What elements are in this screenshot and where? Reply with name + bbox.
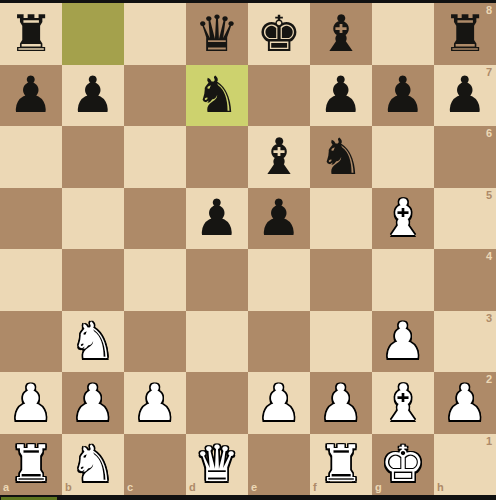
- square-g8[interactable]: [372, 3, 434, 65]
- piece-white-rook[interactable]: ♜: [310, 434, 372, 496]
- square-g3[interactable]: ♟: [372, 311, 434, 373]
- square-f8[interactable]: ♝: [310, 3, 372, 65]
- square-h7[interactable]: 7♟: [434, 65, 496, 127]
- piece-black-pawn[interactable]: ♟: [0, 65, 62, 127]
- square-c6[interactable]: [124, 126, 186, 188]
- square-f4[interactable]: [310, 249, 372, 311]
- square-f2[interactable]: ♟: [310, 372, 372, 434]
- piece-white-rook[interactable]: ♜: [0, 434, 62, 496]
- piece-white-pawn[interactable]: ♟: [248, 372, 310, 434]
- square-a5[interactable]: [0, 188, 62, 250]
- square-h1[interactable]: 1h: [434, 434, 496, 496]
- square-b2[interactable]: ♟: [62, 372, 124, 434]
- piece-white-king[interactable]: ♚: [372, 434, 434, 496]
- piece-black-pawn[interactable]: ♟: [310, 65, 372, 127]
- rank-label-3: 3: [486, 313, 492, 324]
- square-a2[interactable]: ♟: [0, 372, 62, 434]
- piece-white-bishop[interactable]: ♝: [372, 188, 434, 250]
- square-b8[interactable]: [62, 3, 124, 65]
- square-e6[interactable]: ♝: [248, 126, 310, 188]
- piece-black-king[interactable]: ♚: [248, 3, 310, 65]
- square-d4[interactable]: [186, 249, 248, 311]
- piece-white-pawn[interactable]: ♟: [372, 311, 434, 373]
- piece-black-bishop[interactable]: ♝: [310, 3, 372, 65]
- square-e5[interactable]: ♟: [248, 188, 310, 250]
- square-g7[interactable]: ♟: [372, 65, 434, 127]
- square-d5[interactable]: ♟: [186, 188, 248, 250]
- square-b6[interactable]: [62, 126, 124, 188]
- square-a3[interactable]: [0, 311, 62, 373]
- square-g5[interactable]: ♝: [372, 188, 434, 250]
- square-d2[interactable]: [186, 372, 248, 434]
- square-b3[interactable]: ♞: [62, 311, 124, 373]
- square-c8[interactable]: [124, 3, 186, 65]
- square-a4[interactable]: [0, 249, 62, 311]
- square-h2[interactable]: 2♟: [434, 372, 496, 434]
- piece-black-pawn[interactable]: ♟: [186, 188, 248, 250]
- square-h4[interactable]: 4: [434, 249, 496, 311]
- square-a7[interactable]: ♟: [0, 65, 62, 127]
- square-c7[interactable]: [124, 65, 186, 127]
- file-label-h: h: [437, 482, 444, 493]
- piece-black-knight[interactable]: ♞: [186, 65, 248, 127]
- square-e7[interactable]: [248, 65, 310, 127]
- rank-label-4: 4: [486, 251, 492, 262]
- file-label-c: c: [127, 482, 133, 493]
- square-b1[interactable]: b♞: [62, 434, 124, 496]
- chess-board: ♜♛♚♝8♜♟♟♞♟♟7♟♝♞6♟♟♝54♞♟3♟♟♟♟♟♝2♟a♜b♞cd♛e…: [0, 3, 496, 495]
- square-f7[interactable]: ♟: [310, 65, 372, 127]
- piece-black-pawn[interactable]: ♟: [434, 65, 496, 127]
- square-d3[interactable]: [186, 311, 248, 373]
- piece-white-pawn[interactable]: ♟: [62, 372, 124, 434]
- square-c5[interactable]: [124, 188, 186, 250]
- square-d6[interactable]: [186, 126, 248, 188]
- square-a1[interactable]: a♜: [0, 434, 62, 496]
- square-f5[interactable]: [310, 188, 372, 250]
- square-g6[interactable]: [372, 126, 434, 188]
- piece-white-pawn[interactable]: ♟: [0, 372, 62, 434]
- square-b7[interactable]: ♟: [62, 65, 124, 127]
- square-c1[interactable]: c: [124, 434, 186, 496]
- piece-black-bishop[interactable]: ♝: [248, 126, 310, 188]
- square-e3[interactable]: [248, 311, 310, 373]
- square-h6[interactable]: 6: [434, 126, 496, 188]
- square-f1[interactable]: f♜: [310, 434, 372, 496]
- board-bottom-edge: [0, 495, 496, 500]
- piece-black-pawn[interactable]: ♟: [248, 188, 310, 250]
- square-g4[interactable]: [372, 249, 434, 311]
- square-a8[interactable]: ♜: [0, 3, 62, 65]
- piece-white-bishop[interactable]: ♝: [372, 372, 434, 434]
- piece-white-pawn[interactable]: ♟: [434, 372, 496, 434]
- piece-white-pawn[interactable]: ♟: [310, 372, 372, 434]
- piece-black-knight[interactable]: ♞: [310, 126, 372, 188]
- piece-black-pawn[interactable]: ♟: [62, 65, 124, 127]
- rank-label-6: 6: [486, 128, 492, 139]
- square-e1[interactable]: e: [248, 434, 310, 496]
- chess-board-frame: ♜♛♚♝8♜♟♟♞♟♟7♟♝♞6♟♟♝54♞♟3♟♟♟♟♟♝2♟a♜b♞cd♛e…: [0, 0, 496, 500]
- square-d7[interactable]: ♞: [186, 65, 248, 127]
- square-c4[interactable]: [124, 249, 186, 311]
- rank-label-5: 5: [486, 190, 492, 201]
- piece-white-knight[interactable]: ♞: [62, 434, 124, 496]
- square-h3[interactable]: 3: [434, 311, 496, 373]
- piece-white-pawn[interactable]: ♟: [124, 372, 186, 434]
- piece-white-queen[interactable]: ♛: [186, 434, 248, 496]
- piece-white-knight[interactable]: ♞: [62, 311, 124, 373]
- square-d1[interactable]: d♛: [186, 434, 248, 496]
- square-h5[interactable]: 5: [434, 188, 496, 250]
- file-label-e: e: [251, 482, 257, 493]
- square-e4[interactable]: [248, 249, 310, 311]
- square-c3[interactable]: [124, 311, 186, 373]
- square-h8[interactable]: 8♜: [434, 3, 496, 65]
- square-c2[interactable]: ♟: [124, 372, 186, 434]
- square-b5[interactable]: [62, 188, 124, 250]
- square-d8[interactable]: ♛: [186, 3, 248, 65]
- square-b4[interactable]: [62, 249, 124, 311]
- square-g2[interactable]: ♝: [372, 372, 434, 434]
- rank-label-1: 1: [486, 436, 492, 447]
- piece-black-queen[interactable]: ♛: [186, 3, 248, 65]
- square-f6[interactable]: ♞: [310, 126, 372, 188]
- square-e8[interactable]: ♚: [248, 3, 310, 65]
- square-a6[interactable]: [0, 126, 62, 188]
- square-f3[interactable]: [310, 311, 372, 373]
- bottom-green-strip: [1, 497, 57, 500]
- square-g1[interactable]: g♚: [372, 434, 434, 496]
- piece-black-rook[interactable]: ♜: [434, 3, 496, 65]
- square-e2[interactable]: ♟: [248, 372, 310, 434]
- piece-black-pawn[interactable]: ♟: [372, 65, 434, 127]
- piece-black-rook[interactable]: ♜: [0, 3, 62, 65]
